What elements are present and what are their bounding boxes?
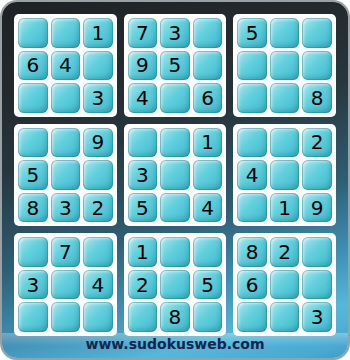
- cell-r5c1[interactable]: 5: [18, 160, 48, 190]
- cell-r8c2[interactable]: [51, 270, 81, 300]
- cell-r2c4[interactable]: 9: [128, 51, 158, 81]
- cell-r1c8[interactable]: [270, 18, 300, 48]
- cell-r8c6[interactable]: 5: [193, 270, 223, 300]
- cell-r6c8[interactable]: 1: [270, 193, 300, 223]
- cell-r7c4[interactable]: 1: [128, 237, 158, 267]
- box-2-3: 2419: [233, 124, 336, 227]
- cell-r7c9[interactable]: [302, 237, 332, 267]
- cell-r6c1[interactable]: 8: [18, 193, 48, 223]
- box-3-3: 8263: [233, 233, 336, 336]
- cell-r6c9[interactable]: 9: [302, 193, 332, 223]
- cell-r5c9[interactable]: [302, 160, 332, 190]
- cell-r8c4[interactable]: 2: [128, 270, 158, 300]
- cell-r4c8[interactable]: [270, 128, 300, 158]
- cell-r9c6[interactable]: [193, 302, 223, 332]
- cell-r3c6[interactable]: 6: [193, 83, 223, 113]
- cell-r5c3[interactable]: [83, 160, 113, 190]
- cell-r9c4[interactable]: [128, 302, 158, 332]
- cell-r2c9[interactable]: [302, 51, 332, 81]
- website-link[interactable]: www.sudokusweb.com: [85, 336, 264, 352]
- box-2-1: 95832: [14, 124, 117, 227]
- cell-r5c8[interactable]: [270, 160, 300, 190]
- cell-r4c3[interactable]: 9: [83, 128, 113, 158]
- cell-r4c7[interactable]: [237, 128, 267, 158]
- cell-r4c5[interactable]: [160, 128, 190, 158]
- footer: www.sudokusweb.com: [2, 333, 348, 355]
- cell-r7c2[interactable]: 7: [51, 237, 81, 267]
- cell-r2c8[interactable]: [270, 51, 300, 81]
- cell-r5c5[interactable]: [160, 160, 190, 190]
- cell-r8c1[interactable]: 3: [18, 270, 48, 300]
- cell-r7c6[interactable]: [193, 237, 223, 267]
- cell-r3c1[interactable]: [18, 83, 48, 113]
- cell-r8c7[interactable]: 6: [237, 270, 267, 300]
- box-2-2: 1354: [124, 124, 227, 227]
- cell-r6c6[interactable]: 4: [193, 193, 223, 223]
- cell-r8c5[interactable]: [160, 270, 190, 300]
- cell-r7c3[interactable]: [83, 237, 113, 267]
- cell-r4c4[interactable]: [128, 128, 158, 158]
- cell-r1c7[interactable]: 5: [237, 18, 267, 48]
- sudoku-grid: 164373954658958321354241973412588263: [14, 14, 336, 336]
- cell-r3c8[interactable]: [270, 83, 300, 113]
- cell-r2c2[interactable]: 4: [51, 51, 81, 81]
- cell-r5c4[interactable]: 3: [128, 160, 158, 190]
- cell-r4c6[interactable]: 1: [193, 128, 223, 158]
- cell-r1c2[interactable]: [51, 18, 81, 48]
- cell-r7c1[interactable]: [18, 237, 48, 267]
- cell-r1c4[interactable]: 7: [128, 18, 158, 48]
- cell-r1c3[interactable]: 1: [83, 18, 113, 48]
- cell-r8c9[interactable]: [302, 270, 332, 300]
- cell-r8c8[interactable]: [270, 270, 300, 300]
- cell-r3c7[interactable]: [237, 83, 267, 113]
- cell-r2c6[interactable]: [193, 51, 223, 81]
- cell-r3c4[interactable]: 4: [128, 83, 158, 113]
- cell-r9c1[interactable]: [18, 302, 48, 332]
- cell-r2c1[interactable]: 6: [18, 51, 48, 81]
- box-1-2: 739546: [124, 14, 227, 117]
- cell-r1c1[interactable]: [18, 18, 48, 48]
- cell-r7c5[interactable]: [160, 237, 190, 267]
- box-3-2: 1258: [124, 233, 227, 336]
- cell-r9c8[interactable]: [270, 302, 300, 332]
- cell-r5c2[interactable]: [51, 160, 81, 190]
- cell-r5c7[interactable]: 4: [237, 160, 267, 190]
- cell-r6c2[interactable]: 3: [51, 193, 81, 223]
- cell-r2c7[interactable]: [237, 51, 267, 81]
- cell-r7c7[interactable]: 8: [237, 237, 267, 267]
- cell-r5c6[interactable]: [193, 160, 223, 190]
- cell-r6c3[interactable]: 2: [83, 193, 113, 223]
- cell-r3c2[interactable]: [51, 83, 81, 113]
- box-1-1: 1643: [14, 14, 117, 117]
- cell-r2c5[interactable]: 5: [160, 51, 190, 81]
- cell-r6c7[interactable]: [237, 193, 267, 223]
- cell-r2c3[interactable]: [83, 51, 113, 81]
- cell-r4c2[interactable]: [51, 128, 81, 158]
- cell-r3c3[interactable]: 3: [83, 83, 113, 113]
- cell-r4c9[interactable]: 2: [302, 128, 332, 158]
- cell-r8c3[interactable]: 4: [83, 270, 113, 300]
- sudoku-board: 164373954658958321354241973412588263 www…: [2, 2, 348, 358]
- cell-r1c5[interactable]: 3: [160, 18, 190, 48]
- cell-r1c9[interactable]: [302, 18, 332, 48]
- cell-r9c9[interactable]: 3: [302, 302, 332, 332]
- cell-r9c2[interactable]: [51, 302, 81, 332]
- cell-r9c5[interactable]: 8: [160, 302, 190, 332]
- cell-r1c6[interactable]: [193, 18, 223, 48]
- cell-r6c5[interactable]: [160, 193, 190, 223]
- cell-r3c9[interactable]: 8: [302, 83, 332, 113]
- cell-r7c8[interactable]: 2: [270, 237, 300, 267]
- cell-r9c3[interactable]: [83, 302, 113, 332]
- cell-r4c1[interactable]: [18, 128, 48, 158]
- cell-r3c5[interactable]: [160, 83, 190, 113]
- box-1-3: 58: [233, 14, 336, 117]
- cell-r9c7[interactable]: [237, 302, 267, 332]
- cell-r6c4[interactable]: 5: [128, 193, 158, 223]
- box-3-1: 734: [14, 233, 117, 336]
